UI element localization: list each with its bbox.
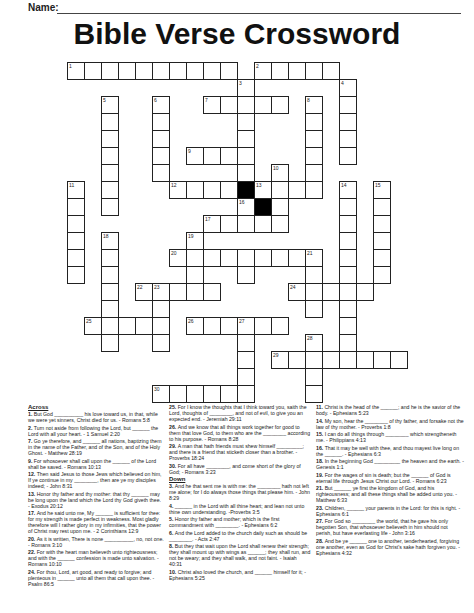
answer-cell[interactable]	[84, 62, 102, 80]
clue-list-number: 3.	[169, 483, 175, 489]
down-header: Down	[169, 476, 311, 482]
clue-number: 7	[205, 97, 208, 103]
answer-cell[interactable]: 19	[186, 232, 204, 250]
answer-cell[interactable]: 17	[203, 215, 221, 233]
clue-number: 15	[375, 182, 381, 188]
clue-number: 2	[256, 63, 259, 69]
clue-13-across: 13. Honor thy father and thy mother: tha…	[28, 491, 164, 509]
answer-cell[interactable]	[152, 62, 170, 80]
answer-cell[interactable]	[101, 62, 119, 80]
answer-cell[interactable]	[186, 181, 204, 199]
answer-cell[interactable]	[101, 249, 119, 267]
answer-cell[interactable]	[373, 232, 391, 250]
clue-27-down: 27. For God so ________ the world, that …	[316, 518, 464, 536]
page-title: Bible Verse Crossword	[0, 17, 474, 51]
clue-17-across: 17. And he said unto me, My ______ is su…	[28, 510, 164, 534]
answer-cell[interactable]	[339, 249, 357, 267]
answer-cell[interactable]	[152, 300, 170, 318]
clue-26-across: 26. And we know that all things work tog…	[169, 424, 311, 442]
answer-cell[interactable]	[220, 215, 238, 233]
answer-cell[interactable]	[271, 181, 289, 199]
clue-list-number: 17.	[28, 510, 37, 516]
answer-cell[interactable]: 22	[135, 283, 153, 301]
answer-cell[interactable]	[305, 164, 323, 182]
answer-cell[interactable]	[237, 113, 255, 131]
answer-cell[interactable]: 18	[101, 232, 119, 250]
clue-list-number: 23.	[316, 505, 325, 511]
answer-cell[interactable]	[118, 317, 136, 335]
answer-cell[interactable]: 4	[339, 79, 357, 97]
answer-cell[interactable]	[305, 113, 323, 131]
answer-cell[interactable]	[288, 181, 306, 199]
answer-cell[interactable]	[390, 351, 408, 369]
clue-column-1: Across1. But God __________ his love tow…	[28, 404, 164, 588]
clue-list-number: 10.	[169, 569, 178, 575]
answer-cell[interactable]	[254, 249, 272, 267]
answer-cell[interactable]	[322, 62, 340, 80]
answer-cell[interactable]	[237, 249, 255, 267]
answer-cell[interactable]	[186, 62, 204, 80]
answer-cell[interactable]	[169, 62, 187, 80]
answer-cell[interactable]	[118, 62, 136, 80]
answer-cell[interactable]	[254, 215, 272, 233]
name-fill-line	[57, 13, 461, 14]
answer-cell[interactable]	[237, 96, 255, 114]
clue-list-number: 29.	[169, 443, 178, 449]
answer-cell[interactable]	[237, 334, 255, 352]
answer-cell[interactable]	[220, 181, 238, 199]
answer-cell[interactable]	[203, 249, 221, 267]
answer-cell[interactable]	[203, 181, 221, 199]
answer-cell[interactable]: 2	[254, 62, 272, 80]
clue-list-number: 1.	[28, 411, 34, 417]
clue-number: 21	[307, 250, 313, 256]
answer-cell[interactable]	[169, 283, 187, 301]
answer-cell[interactable]	[339, 198, 357, 216]
answer-cell[interactable]: 6	[152, 96, 170, 114]
answer-cell[interactable]	[237, 215, 255, 233]
answer-cell[interactable]	[305, 385, 323, 403]
answer-cell[interactable]	[305, 147, 323, 165]
clue-list-number: 7.	[28, 438, 34, 444]
answer-cell[interactable]	[254, 96, 272, 114]
clue-number: 11	[69, 182, 74, 188]
answer-cell[interactable]	[271, 96, 289, 114]
answer-cell[interactable]	[339, 147, 357, 165]
clue-list-number: 22.	[28, 549, 37, 555]
answer-cell[interactable]	[322, 283, 340, 301]
answer-cell[interactable]	[186, 266, 204, 284]
answer-cell[interactable]	[271, 215, 289, 233]
answer-cell[interactable]: 16	[237, 198, 255, 216]
clue-20-across: 20. As it is written, There is none ____…	[28, 536, 164, 548]
answer-cell[interactable]	[271, 62, 289, 80]
crossword-grid[interactable]: 1234567891011121314151617181920212223242…	[67, 62, 409, 404]
worksheet-page: { "header": { "name_label": "Name:", "ti…	[0, 0, 474, 613]
answer-cell[interactable]	[203, 283, 221, 301]
clue-number: 29	[273, 352, 279, 358]
clue-7-across: 7. Go ye therefore, and ______ all natio…	[28, 438, 164, 456]
answer-cell[interactable]	[237, 147, 255, 165]
clue-list-number: 25.	[169, 404, 178, 410]
answer-cell[interactable]	[305, 283, 323, 301]
clue-number: 20	[171, 250, 177, 256]
clue-column-3: 11. Christ is the head of the ______; an…	[316, 404, 464, 588]
answer-cell[interactable]	[152, 147, 170, 165]
answer-cell[interactable]	[271, 317, 289, 335]
clue-14-down: 14. My son, hear the ________ of thy fat…	[316, 418, 464, 430]
across-header: Across	[28, 404, 164, 410]
clue-list-number: 28.	[316, 538, 325, 544]
answer-cell[interactable]: 9	[186, 147, 204, 165]
clue-number: 24	[290, 284, 296, 290]
clue-list-number: 18.	[316, 458, 325, 464]
clue-12-across: 12. Then said Jesus to those Jews which …	[28, 471, 164, 489]
clue-number: 4	[341, 80, 344, 86]
answer-cell[interactable]: 29	[271, 351, 289, 369]
answer-cell[interactable]: 27	[237, 317, 255, 335]
answer-cell[interactable]	[305, 130, 323, 148]
clue-21-down: 21. But ______ ye first the kingdom of G…	[316, 485, 464, 503]
answer-cell[interactable]	[305, 62, 323, 80]
clue-number: 5	[103, 97, 106, 103]
answer-cell[interactable]: 3	[237, 79, 255, 97]
answer-cell[interactable]	[169, 385, 187, 403]
answer-cell[interactable]: 15	[373, 181, 391, 199]
answer-cell[interactable]	[101, 283, 119, 301]
clue-8-down: 8. But they that wait upon the Lord shal…	[169, 543, 311, 567]
answer-cell[interactable]	[101, 164, 119, 182]
answer-cell[interactable]	[220, 96, 238, 114]
answer-cell[interactable]	[288, 249, 306, 267]
clue-list-number: 11.	[316, 404, 324, 410]
clue-1-across: 1. But God __________ his love toward us…	[28, 411, 164, 423]
answer-cell[interactable]	[220, 62, 238, 80]
name-label: Name:	[28, 2, 59, 13]
clue-number: 18	[103, 233, 109, 239]
answer-cell[interactable]	[101, 317, 119, 335]
answer-cell[interactable]	[373, 351, 391, 369]
answer-cell[interactable]	[339, 351, 357, 369]
answer-cell[interactable]	[339, 113, 357, 131]
answer-cell[interactable]: 11	[67, 181, 85, 199]
answer-cell[interactable]	[101, 181, 119, 199]
clue-list-number: 27.	[316, 518, 325, 524]
answer-cell[interactable]	[373, 249, 391, 267]
black-cell	[254, 198, 272, 216]
clue-25-across: 25. For I know the thoughts that I think…	[169, 404, 311, 422]
answer-cell[interactable]	[220, 317, 238, 335]
clue-19-down: 19. For the wages of sin is death; but t…	[316, 472, 464, 484]
clue-list-number: 15.	[316, 431, 325, 437]
clue-4-down: 4. ______ in the Lord with all thine hea…	[169, 503, 311, 515]
answer-cell[interactable]	[254, 317, 272, 335]
answer-cell[interactable]: 23	[152, 283, 170, 301]
answer-cell[interactable]	[67, 215, 85, 233]
answer-cell[interactable]	[203, 147, 221, 165]
answer-cell[interactable]: 14	[339, 181, 357, 199]
answer-cell[interactable]	[237, 351, 255, 369]
clue-list-number: 9.	[28, 458, 34, 464]
clue-list-number: 13.	[28, 491, 37, 497]
answer-cell[interactable]	[339, 96, 357, 114]
answer-cell[interactable]	[305, 351, 323, 369]
answer-cell[interactable]	[373, 215, 391, 233]
clue-number: 16	[239, 199, 245, 205]
clue-list-number: 20.	[28, 536, 37, 542]
answer-cell[interactable]	[339, 215, 357, 233]
answer-cell[interactable]	[67, 249, 85, 267]
clue-23-down: 23. Children, ______ your parents in the…	[316, 505, 464, 517]
clue-number: 13	[256, 182, 262, 188]
clue-list-number: 24.	[28, 569, 37, 575]
answer-cell[interactable]	[203, 62, 221, 80]
answer-cell[interactable]	[101, 266, 119, 284]
clue-29-across: 29. A man that hath friends must shew hi…	[169, 443, 311, 461]
answer-cell[interactable]	[237, 266, 255, 284]
clue-number: 25	[86, 318, 92, 324]
clue-list-number: 6.	[169, 530, 175, 536]
answer-cell[interactable]	[339, 334, 357, 352]
clue-16-down: 16. That it may be well with thee, and t…	[316, 445, 464, 457]
clue-number: 28	[307, 335, 313, 341]
answer-cell[interactable]	[339, 130, 357, 148]
answer-cell[interactable]	[237, 164, 255, 182]
answer-cell[interactable]	[237, 368, 255, 386]
clue-number: 27	[239, 318, 245, 324]
clue-number: 14	[341, 182, 347, 188]
answer-cell[interactable]	[305, 300, 323, 318]
answer-cell[interactable]: 12	[169, 181, 187, 199]
clue-number: 9	[188, 148, 191, 154]
clue-2-across: 2. Turn not aside from following the Lor…	[28, 425, 164, 437]
answer-cell[interactable]	[101, 113, 119, 131]
answer-cell[interactable]	[135, 62, 153, 80]
answer-cell[interactable]	[339, 232, 357, 250]
answer-cell[interactable]	[356, 351, 374, 369]
answer-cell[interactable]	[288, 62, 306, 80]
answer-cell[interactable]	[152, 113, 170, 131]
clue-section: Across1. But God __________ his love tow…	[28, 404, 464, 588]
answer-cell[interactable]	[203, 385, 221, 403]
answer-cell[interactable]	[220, 385, 238, 403]
clue-list-number: 2.	[28, 425, 34, 431]
answer-cell[interactable]: 28	[305, 334, 323, 352]
clue-list-number: 8.	[169, 543, 175, 549]
clue-list-number: 21.	[316, 485, 325, 491]
clue-10-down: 10. Christ also loved the church, and __…	[169, 569, 311, 581]
answer-cell[interactable]	[339, 300, 357, 318]
answer-cell[interactable]	[186, 283, 204, 301]
clue-list-number: 4.	[169, 503, 175, 509]
answer-cell[interactable]	[220, 147, 238, 165]
answer-cell[interactable]	[152, 130, 170, 148]
answer-cell[interactable]	[373, 266, 391, 284]
answer-cell[interactable]	[339, 317, 357, 335]
answer-cell[interactable]	[305, 181, 323, 199]
clue-28-down: 28. And be ye ______ one to another, ten…	[316, 538, 464, 556]
answer-cell[interactable]: 13	[254, 181, 272, 199]
answer-cell[interactable]: 30	[152, 385, 170, 403]
answer-cell[interactable]	[373, 198, 391, 216]
clue-number: 26	[188, 318, 194, 324]
clue-list-number: 16.	[316, 445, 325, 451]
clue-list-number: 30.	[169, 463, 178, 469]
answer-cell[interactable]	[186, 249, 204, 267]
answer-cell[interactable]	[152, 164, 170, 182]
clue-number: 19	[188, 233, 194, 239]
clue-18-down: 18. In the beginning God _________ the h…	[316, 458, 464, 470]
clue-number: 12	[171, 182, 177, 188]
answer-cell[interactable]	[271, 198, 289, 216]
answer-cell[interactable]: 5	[101, 96, 119, 114]
answer-cell[interactable]: 20	[169, 249, 187, 267]
clue-list-number: 19.	[316, 472, 325, 478]
answer-cell[interactable]	[220, 249, 238, 267]
clue-22-across: 22. For with the heart man believeth unt…	[28, 549, 164, 567]
answer-cell[interactable]	[135, 317, 153, 335]
answer-cell[interactable]	[186, 385, 204, 403]
answer-cell[interactable]: 10	[271, 164, 289, 182]
answer-cell[interactable]	[322, 351, 340, 369]
answer-cell[interactable]	[101, 130, 119, 148]
answer-cell[interactable]: 21	[305, 249, 323, 267]
answer-cell[interactable]	[101, 300, 119, 318]
clue-list-number: 26.	[169, 424, 178, 430]
clue-15-down: 15. I can do all things through ________…	[316, 431, 464, 443]
answer-cell[interactable]	[271, 249, 289, 267]
answer-cell[interactable]	[237, 385, 255, 403]
clue-number: 8	[307, 97, 310, 103]
answer-cell[interactable]	[67, 232, 85, 250]
answer-cell[interactable]	[288, 351, 306, 369]
clue-6-down: 6. And the Lord added to the church dail…	[169, 530, 311, 542]
clue-9-across: 9. For whosoever shall call upon the ___…	[28, 458, 164, 470]
answer-cell[interactable]	[101, 198, 119, 216]
clue-5-down: 5. Honor thy father and mother; which is…	[169, 516, 311, 528]
clue-number: 1	[69, 63, 72, 69]
answer-cell[interactable]	[152, 334, 170, 352]
clue-3-down: 3. And he that sent me is with me: the _…	[169, 483, 311, 501]
answer-cell[interactable]	[152, 317, 170, 335]
clue-list-number: 14.	[316, 418, 325, 424]
black-cell	[237, 181, 255, 199]
answer-cell[interactable]	[305, 368, 323, 386]
answer-cell[interactable]: 24	[288, 283, 306, 301]
clue-number: 10	[273, 165, 279, 171]
answer-cell[interactable]	[339, 283, 357, 301]
answer-cell[interactable]	[339, 266, 357, 284]
answer-cell[interactable]: 8	[305, 96, 323, 114]
answer-cell[interactable]	[305, 266, 323, 284]
answer-cell[interactable]: 25	[84, 317, 102, 335]
answer-cell[interactable]	[67, 198, 85, 216]
answer-cell[interactable]	[203, 317, 221, 335]
clue-number: 30	[154, 386, 160, 392]
clue-list-number: 5.	[169, 516, 175, 522]
clue-number: 22	[137, 284, 143, 290]
clue-number: 17	[205, 216, 211, 222]
clue-24-across: 24. For thou, Lord, art good, and ready …	[28, 569, 164, 587]
answer-cell[interactable]	[101, 334, 119, 352]
answer-cell[interactable]: 7	[203, 96, 221, 114]
answer-cell[interactable]	[356, 283, 374, 301]
answer-cell[interactable]	[101, 147, 119, 165]
clue-number: 6	[154, 97, 157, 103]
clue-number: 23	[154, 284, 160, 290]
answer-cell[interactable]	[237, 130, 255, 148]
answer-cell[interactable]: 1	[67, 62, 85, 80]
answer-cell[interactable]	[67, 266, 85, 284]
clue-number: 3	[239, 80, 242, 86]
answer-cell[interactable]: 26	[186, 317, 204, 335]
clue-list-number: 12.	[28, 471, 37, 477]
clue-11-down: 11. Christ is the head of the ______; an…	[316, 404, 464, 416]
clue-column-2: 25. For I know the thoughts that I think…	[169, 404, 311, 588]
clue-30-across: 30. For all have ________, and come shor…	[169, 463, 311, 475]
